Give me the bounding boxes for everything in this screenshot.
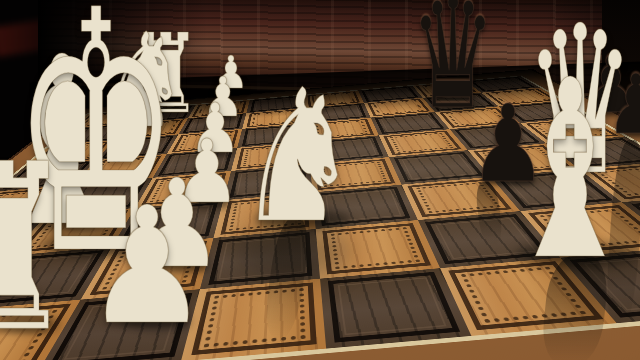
pieces-layer: ♟♛♟♜♟♞♟♟♛♟♟♞♝♚♝♟♟♜ xyxy=(0,0,640,360)
piece-white-rook-edge[interactable]: ♜ xyxy=(0,133,75,360)
piece-white-pawn-1[interactable]: ♟ xyxy=(85,186,208,348)
piece-white-knight-center[interactable]: ♞ xyxy=(236,65,359,249)
piece-white-bishop-right[interactable]: ♝ xyxy=(504,48,637,295)
chess-scene-3d: ♟♛♟♜♟♞♟♟♛♟♟♞♝♚♝♟♟♜ xyxy=(0,0,640,360)
